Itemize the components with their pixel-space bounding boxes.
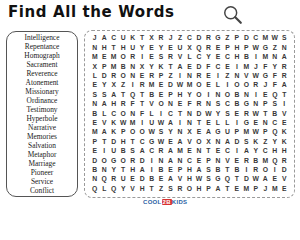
grid-cell[interactable]: N — [213, 138, 222, 147]
grid-cell[interactable]: R — [137, 81, 146, 90]
grid-cell[interactable]: Q — [270, 90, 279, 99]
grid-cell[interactable]: V — [242, 72, 251, 81]
grid-cell[interactable]: E — [194, 128, 203, 137]
grid-cell[interactable]: F — [270, 72, 279, 81]
grid-cell[interactable]: P — [261, 100, 270, 109]
grid-cell[interactable]: A — [166, 119, 175, 128]
grid-cell[interactable]: L — [213, 81, 222, 90]
grid-cell[interactable]: K — [280, 138, 289, 147]
grid-cell[interactable]: B — [156, 166, 165, 175]
grid-cell[interactable]: M — [185, 81, 194, 90]
grid-cell[interactable]: A — [166, 156, 175, 165]
grid-cell[interactable]: Q — [128, 90, 137, 99]
grid-cell[interactable]: I — [128, 81, 137, 90]
grid-cell[interactable]: M — [261, 53, 270, 62]
grid-cell[interactable]: Z — [118, 81, 127, 90]
grid-cell[interactable]: I — [251, 90, 260, 99]
grid-cell[interactable]: E — [204, 72, 213, 81]
grid-cell[interactable]: K — [109, 128, 118, 137]
grid-cell[interactable]: F — [204, 62, 213, 71]
grid-cell[interactable]: M — [242, 185, 251, 194]
grid-cell[interactable]: H — [128, 166, 137, 175]
grid-cell[interactable]: F — [137, 109, 146, 118]
grid-cell[interactable]: W — [251, 109, 260, 118]
grid-cell[interactable]: R — [204, 34, 213, 43]
grid-cell[interactable]: K — [156, 62, 165, 71]
grid-cell[interactable]: I — [99, 147, 108, 156]
grid-cell[interactable]: G — [147, 138, 156, 147]
grid-cell[interactable]: D — [194, 62, 203, 71]
grid-cell[interactable]: A — [223, 138, 232, 147]
grid-cell[interactable]: D — [99, 72, 108, 81]
grid-cell[interactable]: B — [232, 166, 241, 175]
grid-cell[interactable]: B — [213, 166, 222, 175]
grid-cell[interactable]: F — [261, 62, 270, 71]
grid-cell[interactable]: E — [280, 119, 289, 128]
grid-cell[interactable]: E — [90, 147, 99, 156]
grid-cell[interactable]: R — [128, 53, 137, 62]
grid-cell[interactable]: N — [175, 156, 184, 165]
grid-cell[interactable]: N — [194, 147, 203, 156]
grid-cell[interactable]: T — [118, 90, 127, 99]
grid-cell[interactable]: N — [128, 109, 137, 118]
grid-cell[interactable]: N — [128, 62, 137, 71]
grid-cell[interactable]: A — [280, 53, 289, 62]
grid-cell[interactable]: I — [156, 109, 165, 118]
grid-cell[interactable]: S — [270, 100, 279, 109]
grid-cell[interactable]: A — [137, 166, 146, 175]
grid-cell[interactable]: Q — [270, 128, 279, 137]
grid-cell[interactable]: Q — [99, 175, 108, 184]
grid-cell[interactable]: P — [261, 128, 270, 137]
grid-cell[interactable]: A — [166, 147, 175, 156]
grid-cell[interactable]: B — [147, 175, 156, 184]
grid-cell[interactable]: N — [90, 43, 99, 52]
grid-cell[interactable]: O — [99, 156, 108, 165]
grid-cell[interactable]: F — [185, 100, 194, 109]
grid-cell[interactable]: G — [261, 72, 270, 81]
grid-cell[interactable]: W — [194, 175, 203, 184]
grid-cell[interactable]: O — [232, 81, 241, 90]
grid-cell[interactable]: M — [90, 128, 99, 137]
grid-cell[interactable]: J — [166, 34, 175, 43]
grid-cell[interactable]: W — [251, 175, 260, 184]
grid-cell[interactable]: X — [137, 62, 146, 71]
grid-cell[interactable]: H — [137, 185, 146, 194]
grid-cell[interactable]: Z — [261, 138, 270, 147]
grid-cell[interactable]: O — [118, 53, 127, 62]
grid-cell[interactable]: C — [223, 147, 232, 156]
grid-cell[interactable]: H — [118, 43, 127, 52]
grid-cell[interactable]: B — [270, 109, 279, 118]
grid-cell[interactable]: F — [270, 81, 279, 90]
grid-cell[interactable]: H — [118, 138, 127, 147]
grid-cell[interactable]: H — [109, 100, 118, 109]
grid-cell[interactable]: I — [204, 90, 213, 99]
grid-cell[interactable]: B — [118, 147, 127, 156]
grid-cell[interactable]: E — [99, 53, 108, 62]
grid-cell[interactable]: I — [213, 72, 222, 81]
grid-cell[interactable]: O — [223, 90, 232, 99]
grid-cell[interactable]: W — [251, 72, 260, 81]
grid-cell[interactable]: Q — [223, 175, 232, 184]
grid-cell[interactable]: U — [118, 34, 127, 43]
grid-cell[interactable]: Z — [223, 34, 232, 43]
grid-cell[interactable]: N — [99, 166, 108, 175]
grid-cell[interactable]: E — [261, 90, 270, 99]
grid-cell[interactable]: E — [175, 100, 184, 109]
grid-cell[interactable]: R — [251, 166, 260, 175]
grid-cell[interactable]: H — [232, 43, 241, 52]
grid-cell[interactable]: T — [223, 166, 232, 175]
grid-cell[interactable]: E — [90, 119, 99, 128]
grid-cell[interactable]: M — [261, 156, 270, 165]
grid-cell[interactable]: R — [156, 147, 165, 156]
grid-cell[interactable]: P — [242, 43, 251, 52]
grid-cell[interactable]: S — [204, 175, 213, 184]
grid-cell[interactable]: U — [175, 43, 184, 52]
grid-cell[interactable]: S — [99, 90, 108, 99]
grid-cell[interactable]: T — [204, 147, 213, 156]
grid-cell[interactable]: G — [213, 175, 222, 184]
grid-cell[interactable]: M — [242, 128, 251, 137]
grid-cell[interactable]: L — [185, 53, 194, 62]
grid-cell[interactable]: I — [175, 119, 184, 128]
grid-cell[interactable]: E — [156, 90, 165, 99]
grid-cell[interactable]: T — [280, 90, 289, 99]
grid-cell[interactable]: V — [185, 138, 194, 147]
grid-cell[interactable]: R — [280, 156, 289, 165]
grid-cell[interactable]: Q — [270, 156, 279, 165]
grid-cell[interactable]: B — [232, 100, 241, 109]
grid-cell[interactable]: E — [213, 43, 222, 52]
grid-cell[interactable]: W — [251, 43, 260, 52]
grid-cell[interactable]: E — [213, 53, 222, 62]
grid-cell[interactable]: E — [147, 53, 156, 62]
grid-cell[interactable]: R — [118, 100, 127, 109]
grid-cell[interactable]: O — [194, 81, 203, 90]
grid-cell[interactable]: T — [128, 138, 137, 147]
grid-cell[interactable]: L — [213, 119, 222, 128]
grid-cell[interactable]: W — [156, 138, 165, 147]
grid-cell[interactable]: T — [109, 43, 118, 52]
grid-cell[interactable]: E — [147, 43, 156, 52]
grid-cell[interactable]: H — [270, 147, 279, 156]
grid-cell[interactable]: I — [175, 72, 184, 81]
grid-cell[interactable]: S — [156, 128, 165, 137]
grid-cell[interactable]: R — [251, 81, 260, 90]
grid-cell[interactable]: E — [223, 62, 232, 71]
grid-cell[interactable]: I — [280, 100, 289, 109]
grid-cell[interactable]: J — [261, 81, 270, 90]
grid-cell[interactable]: C — [185, 34, 194, 43]
grid-cell[interactable]: P — [232, 128, 241, 137]
grid-cell[interactable]: Y — [270, 62, 279, 71]
grid-cell[interactable]: A — [166, 175, 175, 184]
grid-cell[interactable]: R — [242, 156, 251, 165]
grid-cell[interactable]: C — [166, 109, 175, 118]
grid-cell[interactable]: P — [175, 166, 184, 175]
grid-cell[interactable]: S — [166, 185, 175, 194]
grid-cell[interactable]: E — [270, 175, 279, 184]
grid-cell[interactable]: I — [137, 119, 146, 128]
grid-cell[interactable]: L — [99, 109, 108, 118]
grid-cell[interactable]: O — [118, 72, 127, 81]
grid-cell[interactable]: D — [109, 138, 118, 147]
grid-cell[interactable]: R — [175, 185, 184, 194]
grid-cell[interactable]: I — [223, 81, 232, 90]
grid-cell[interactable]: E — [232, 156, 241, 165]
grid-cell[interactable]: Y — [99, 81, 108, 90]
grid-cell[interactable]: J — [251, 62, 260, 71]
grid-cell[interactable]: C — [223, 53, 232, 62]
grid-cell[interactable]: E — [137, 72, 146, 81]
grid-cell[interactable]: N — [166, 100, 175, 109]
grid-cell[interactable]: A — [242, 147, 251, 156]
grid-cell[interactable]: P — [232, 34, 241, 43]
grid-cell[interactable]: Y — [156, 43, 165, 52]
grid-cell[interactable]: N — [280, 43, 289, 52]
grid-cell[interactable]: R — [280, 72, 289, 81]
grid-cell[interactable]: Z — [270, 43, 279, 52]
grid-cell[interactable]: Y — [204, 53, 213, 62]
grid-cell[interactable]: X — [109, 81, 118, 90]
grid-cell[interactable]: R — [128, 156, 137, 165]
grid-cell[interactable]: E — [156, 81, 165, 90]
grid-cell[interactable]: E — [128, 175, 137, 184]
grid-cell[interactable]: C — [109, 34, 118, 43]
grid-cell[interactable]: I — [232, 147, 241, 156]
grid-cell[interactable]: D — [242, 175, 251, 184]
grid-cell[interactable]: D — [232, 138, 241, 147]
grid-cell[interactable]: G — [213, 34, 222, 43]
grid-cell[interactable]: N — [213, 156, 222, 165]
grid-cell[interactable]: Q — [90, 185, 99, 194]
grid-cell[interactable]: Z — [223, 72, 232, 81]
grid-cell[interactable]: R — [242, 109, 251, 118]
grid-cell[interactable]: T — [261, 109, 270, 118]
grid-cell[interactable]: C — [223, 100, 232, 109]
grid-cell[interactable]: Y — [270, 138, 279, 147]
grid-cell[interactable]: N — [242, 90, 251, 99]
grid-cell[interactable]: T — [118, 166, 127, 175]
grid-cell[interactable]: Y — [166, 128, 175, 137]
grid-cell[interactable]: B — [118, 62, 127, 71]
grid-cell[interactable]: W — [204, 109, 213, 118]
grid-cell[interactable]: I — [137, 53, 146, 62]
grid-cell[interactable]: P — [90, 138, 99, 147]
grid-cell[interactable]: E — [232, 185, 241, 194]
grid-cell[interactable]: P — [118, 128, 127, 137]
grid-cell[interactable]: Z — [166, 72, 175, 81]
grid-cell[interactable]: A — [175, 62, 184, 71]
grid-cell[interactable]: W — [147, 128, 156, 137]
grid-cell[interactable]: R — [194, 100, 203, 109]
grid-cell[interactable]: E — [185, 62, 194, 71]
grid-cell[interactable]: N — [175, 128, 184, 137]
grid-cell[interactable]: D — [137, 156, 146, 165]
grid-cell[interactable]: E — [251, 119, 260, 128]
grid-cell[interactable]: R — [147, 72, 156, 81]
grid-cell[interactable]: Y — [118, 185, 127, 194]
grid-cell[interactable]: D — [194, 34, 203, 43]
grid-cell[interactable]: C — [213, 62, 222, 71]
grid-cell[interactable]: S — [128, 147, 137, 156]
grid-cell[interactable]: G — [213, 128, 222, 137]
grid-cell[interactable]: P — [204, 185, 213, 194]
grid-cell[interactable]: V — [175, 53, 184, 62]
grid-cell[interactable]: A — [99, 128, 108, 137]
grid-cell[interactable]: H — [280, 147, 289, 156]
grid-cell[interactable]: H — [175, 90, 184, 99]
grid-cell[interactable]: Y — [185, 90, 194, 99]
grid-cell[interactable]: V — [280, 175, 289, 184]
grid-cell[interactable]: C — [270, 119, 279, 128]
grid-cell[interactable]: W — [156, 119, 165, 128]
grid-cell[interactable]: B — [232, 90, 241, 99]
grid-cell[interactable]: U — [147, 119, 156, 128]
grid-cell[interactable]: L — [147, 109, 156, 118]
grid-cell[interactable]: H — [232, 53, 241, 62]
grid-cell[interactable]: A — [213, 185, 222, 194]
grid-cell[interactable]: A — [204, 128, 213, 137]
grid-cell[interactable]: N — [270, 53, 279, 62]
grid-cell[interactable]: W — [175, 81, 184, 90]
grid-cell[interactable]: E — [213, 147, 222, 156]
grid-cell[interactable]: E — [194, 156, 203, 165]
grid-cell[interactable]: R — [166, 53, 175, 62]
grid-cell[interactable]: R — [204, 43, 213, 52]
grid-cell[interactable]: X — [185, 43, 194, 52]
grid-cell[interactable]: S — [280, 34, 289, 43]
grid-cell[interactable]: M — [128, 119, 137, 128]
grid-cell[interactable]: P — [99, 62, 108, 71]
grid-cell[interactable]: O — [185, 185, 194, 194]
grid-cell[interactable]: E — [185, 147, 194, 156]
grid-cell[interactable]: B — [242, 53, 251, 62]
grid-cell[interactable]: S — [242, 138, 251, 147]
grid-cell[interactable]: T — [147, 185, 156, 194]
grid-cell[interactable]: C — [185, 156, 194, 165]
grid-cell[interactable]: V — [223, 156, 232, 165]
grid-cell[interactable]: N — [204, 100, 213, 109]
grid-cell[interactable]: P — [166, 90, 175, 99]
grid-cell[interactable]: E — [204, 119, 213, 128]
grid-cell[interactable]: L — [99, 185, 108, 194]
grid-cell[interactable]: V — [99, 119, 108, 128]
grid-cell[interactable]: O — [118, 156, 127, 165]
grid-cell[interactable]: M — [109, 53, 118, 62]
grid-cell[interactable]: H — [185, 166, 194, 175]
grid-cell[interactable]: O — [242, 81, 251, 90]
grid-cell[interactable]: C — [261, 147, 270, 156]
grid-cell[interactable]: A — [175, 138, 184, 147]
grid-cell[interactable]: Q — [109, 185, 118, 194]
grid-cell[interactable]: G — [242, 100, 251, 109]
grid-cell[interactable]: B — [90, 166, 99, 175]
grid-cell[interactable]: K — [109, 119, 118, 128]
grid-cell[interactable]: A — [109, 90, 118, 99]
grid-cell[interactable]: C — [109, 109, 118, 118]
grid-cell[interactable]: E — [204, 81, 213, 90]
grid-cell[interactable]: V — [280, 109, 289, 118]
grid-cell[interactable]: N — [128, 72, 137, 81]
grid-cell[interactable]: M — [90, 53, 99, 62]
grid-cell[interactable]: M — [270, 185, 279, 194]
grid-cell[interactable]: U — [128, 43, 137, 52]
grid-cell[interactable]: P — [156, 72, 165, 81]
grid-cell[interactable]: W — [270, 34, 279, 43]
grid-cell[interactable]: I — [251, 53, 260, 62]
grid-cell[interactable]: S — [156, 53, 165, 62]
grid-cell[interactable]: N — [90, 100, 99, 109]
grid-cell[interactable]: P — [223, 43, 232, 52]
grid-cell[interactable]: D — [242, 34, 251, 43]
grid-cell[interactable]: J — [261, 185, 270, 194]
grid-cell[interactable]: Z — [175, 34, 184, 43]
grid-cell[interactable]: I — [147, 166, 156, 175]
grid-cell[interactable]: C — [147, 147, 156, 156]
grid-cell[interactable]: A — [261, 175, 270, 184]
grid-cell[interactable]: E — [156, 175, 165, 184]
grid-cell[interactable]: N — [185, 119, 194, 128]
grid-cell[interactable]: B — [251, 156, 260, 165]
grid-cell[interactable]: E — [166, 138, 175, 147]
grid-cell[interactable]: T — [194, 119, 203, 128]
grid-cell[interactable]: D — [280, 166, 289, 175]
grid-cell[interactable]: D — [137, 175, 146, 184]
grid-cell[interactable]: H — [194, 185, 203, 194]
grid-cell[interactable]: U — [109, 147, 118, 156]
grid-cell[interactable]: M — [147, 81, 156, 90]
grid-cell[interactable]: W — [251, 128, 260, 137]
grid-cell[interactable]: E — [232, 109, 241, 118]
grid-cell[interactable]: M — [175, 147, 184, 156]
grid-cell[interactable]: D — [194, 109, 203, 118]
grid-cell[interactable]: O — [137, 128, 146, 137]
grid-cell[interactable]: Q — [194, 43, 203, 52]
grid-cell[interactable]: Y — [213, 109, 222, 118]
grid-cell[interactable]: T — [232, 175, 241, 184]
grid-cell[interactable]: N — [185, 72, 194, 81]
grid-cell[interactable]: S — [223, 109, 232, 118]
grid-cell[interactable]: R — [109, 175, 118, 184]
grid-cell[interactable]: G — [242, 119, 251, 128]
grid-cell[interactable]: V — [128, 185, 137, 194]
grid-cell[interactable]: C — [137, 138, 146, 147]
grid-cell[interactable]: A — [280, 81, 289, 90]
grid-cell[interactable]: T — [137, 90, 146, 99]
grid-cell[interactable]: E — [280, 185, 289, 194]
grid-cell[interactable]: L — [223, 119, 232, 128]
grid-cell[interactable]: H — [185, 175, 194, 184]
grid-cell[interactable]: I — [147, 156, 156, 165]
grid-cell[interactable]: K — [280, 128, 289, 137]
grid-cell[interactable]: P — [251, 185, 260, 194]
grid-cell[interactable]: F — [128, 100, 137, 109]
grid-cell[interactable]: I — [232, 62, 241, 71]
grid-cell[interactable]: N — [251, 100, 260, 109]
grid-cell[interactable]: E — [166, 43, 175, 52]
grid-cell[interactable]: J — [90, 34, 99, 43]
grid-cell[interactable]: A — [137, 147, 146, 156]
grid-cell[interactable]: O — [118, 109, 127, 118]
grid-cell[interactable]: Y — [147, 62, 156, 71]
grid-cell[interactable]: Y — [137, 43, 146, 52]
grid-cell[interactable]: Y — [251, 147, 260, 156]
grid-cell[interactable]: C — [194, 53, 203, 62]
grid-cell[interactable]: S — [204, 166, 213, 175]
